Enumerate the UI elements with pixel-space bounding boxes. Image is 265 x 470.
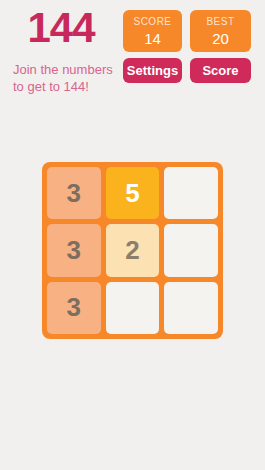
score-box: SCORE 14 (123, 10, 182, 52)
cell-r0c1: 5 (106, 167, 160, 219)
tagline-line-2: to get to 144! (13, 78, 128, 95)
cell-r0c0: 3 (47, 167, 101, 219)
game-board[interactable]: 3 5 3 2 3 (42, 162, 223, 339)
score-value: 14 (144, 30, 161, 47)
page-title: 144 (0, 4, 122, 52)
cell-r0c2 (164, 167, 218, 219)
app-screen: 144 Join the numbers to get to 144! SCOR… (0, 0, 265, 470)
best-value: 20 (212, 30, 229, 47)
cell-r2c1 (106, 282, 160, 334)
best-box: BEST 20 (190, 10, 251, 52)
tagline: Join the numbers to get to 144! (13, 61, 128, 95)
cell-r1c2 (164, 224, 218, 276)
cell-r2c0: 3 (47, 282, 101, 334)
tagline-line-1: Join the numbers (13, 61, 128, 78)
cell-r1c0: 3 (47, 224, 101, 276)
best-label: BEST (206, 16, 234, 27)
score-button[interactable]: Score (190, 58, 251, 83)
score-label: SCORE (133, 16, 171, 27)
cell-r2c2 (164, 282, 218, 334)
cell-r1c1: 2 (106, 224, 160, 276)
settings-button[interactable]: Settings (123, 58, 182, 83)
